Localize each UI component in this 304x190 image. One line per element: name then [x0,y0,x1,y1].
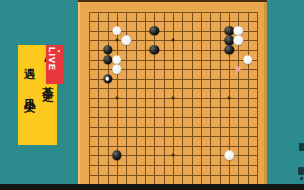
grid-line-horizontal [89,117,257,118]
cropped-text-fragment [299,143,304,151]
last-move-marker [106,77,109,80]
hoshi-dot [228,96,231,99]
stone-black [150,45,159,54]
grid-line-vertical [201,12,202,185]
ai-suggestion-marker [236,67,241,72]
grid-line-vertical [220,12,221,185]
stone-white [122,36,131,45]
hoshi-dot [172,154,175,157]
grid-line-horizontal [89,127,257,128]
stone-white [234,26,243,35]
live-dot-icon: • [56,47,63,70]
live-badge: •LIVE [46,45,63,84]
hoshi-dot [115,39,118,42]
stone-black [112,151,121,160]
hoshi-dot [172,39,175,42]
stone-white [112,55,121,64]
grid-line-horizontal [89,175,257,176]
hoshi-dot [172,96,175,99]
grid-line-horizontal [89,107,257,108]
cropped-text-fragment [300,177,303,180]
stone-black [224,45,233,54]
banner-title-line-2a: 遇 [23,59,35,60]
stone-white [234,36,243,45]
grid-line-vertical [192,12,193,185]
stone-black [103,45,112,54]
banner-title-line-2b: 小目小尖 [23,89,35,93]
stone-white [112,64,121,73]
go-board [78,0,267,186]
grid-line-vertical [257,12,258,185]
stone-black [103,55,112,64]
stone-black [103,74,112,83]
grid-line-vertical [248,12,249,185]
board-grid [89,12,257,185]
stone-black [224,26,233,35]
stone-white [112,26,121,35]
stone-black [150,26,159,35]
grid-line-horizontal [89,165,257,166]
broadcast-frame: Ai革命之 遇 小目小尖 •LIVE [0,0,304,190]
stone-black [224,36,233,45]
grid-line-horizontal [89,146,257,147]
live-label: LIVE [47,47,57,71]
stone-white [224,151,233,160]
bottom-letterbox-bar [0,184,304,190]
grid-line-vertical [210,12,211,185]
cropped-text-fragment [298,167,304,175]
hoshi-dot [115,96,118,99]
grid-line-horizontal [89,136,257,137]
grid-line-vertical [182,12,183,185]
live-badge-text: •LIVE [47,47,63,71]
stone-white [243,55,252,64]
